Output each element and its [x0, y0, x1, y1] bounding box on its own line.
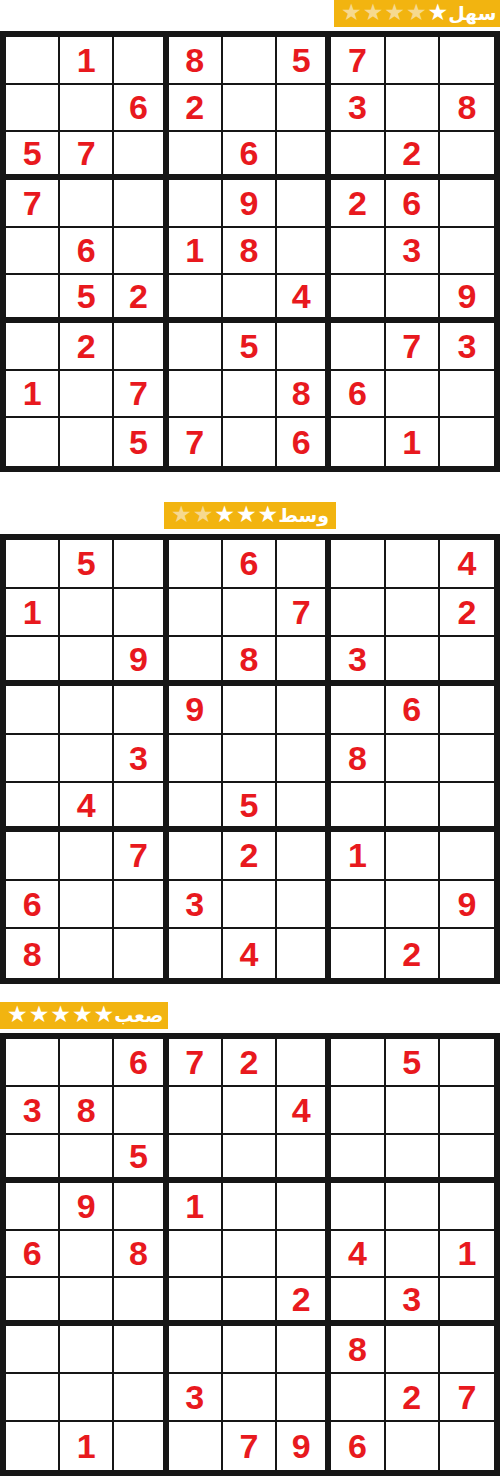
- sudoku-cell[interactable]: [60, 686, 114, 735]
- sudoku-cell[interactable]: 2: [386, 1374, 440, 1422]
- given-digit: 3: [402, 233, 421, 267]
- sudoku-cell[interactable]: [169, 832, 223, 881]
- sudoku-cell[interactable]: [6, 540, 60, 589]
- sudoku-cell[interactable]: [114, 1183, 168, 1231]
- sudoku-cell[interactable]: 7: [114, 832, 168, 881]
- sudoku-cell[interactable]: 8: [60, 1087, 114, 1135]
- sudoku-cell[interactable]: [60, 1231, 114, 1279]
- sudoku-cell[interactable]: 4: [440, 540, 494, 589]
- sudoku-cell[interactable]: 6: [6, 881, 60, 930]
- sudoku-cell[interactable]: 5: [223, 783, 277, 832]
- sudoku-cell[interactable]: 2: [277, 1278, 331, 1326]
- sudoku-cell[interactable]: 7: [60, 132, 114, 180]
- sudoku-cell[interactable]: 2: [331, 180, 385, 228]
- sudoku-cell[interactable]: 8: [169, 37, 223, 85]
- sudoku-cell[interactable]: [331, 1039, 385, 1087]
- sudoku-cell[interactable]: [169, 132, 223, 180]
- sudoku-cell[interactable]: [277, 783, 331, 832]
- sudoku-cell[interactable]: [6, 1278, 60, 1326]
- sudoku-cell[interactable]: [6, 637, 60, 686]
- difficulty-label: وسط: [278, 506, 329, 525]
- sudoku-cell[interactable]: [331, 929, 385, 978]
- sudoku-cell[interactable]: [440, 929, 494, 978]
- sudoku-cell[interactable]: [223, 371, 277, 419]
- sudoku-cell[interactable]: [60, 85, 114, 133]
- sudoku-cell[interactable]: [60, 735, 114, 784]
- given-digit: 3: [348, 642, 367, 676]
- given-digit: 8: [77, 1093, 96, 1127]
- sudoku-cell[interactable]: 8: [277, 371, 331, 419]
- sudoku-cell[interactable]: [223, 1374, 277, 1422]
- sudoku-cell[interactable]: [331, 881, 385, 930]
- sudoku-cell[interactable]: [60, 929, 114, 978]
- sudoku-cell[interactable]: [331, 1135, 385, 1183]
- sudoku-cell[interactable]: [223, 1278, 277, 1326]
- given-digit: 1: [348, 838, 367, 872]
- sudoku-cell[interactable]: [223, 881, 277, 930]
- sudoku-cell[interactable]: [277, 637, 331, 686]
- sudoku-cell[interactable]: [6, 85, 60, 133]
- sudoku-cell[interactable]: 1: [386, 418, 440, 466]
- sudoku-cell[interactable]: [6, 418, 60, 466]
- sudoku-cell[interactable]: 3: [386, 1278, 440, 1326]
- given-digit: 5: [402, 1045, 421, 1079]
- sudoku-cell[interactable]: 3: [6, 1087, 60, 1135]
- sudoku-cell[interactable]: [277, 881, 331, 930]
- star-icon: ★: [94, 1003, 115, 1026]
- sudoku-cell[interactable]: 2: [386, 929, 440, 978]
- given-digit: 5: [240, 329, 259, 363]
- sudoku-cell[interactable]: [386, 540, 440, 589]
- sudoku-cell[interactable]: [277, 832, 331, 881]
- sudoku-cell[interactable]: [6, 832, 60, 881]
- sudoku-cell[interactable]: [331, 228, 385, 276]
- sudoku-cell[interactable]: 3: [331, 85, 385, 133]
- sudoku-cell[interactable]: [169, 1231, 223, 1279]
- sudoku-cell[interactable]: [440, 180, 494, 228]
- sudoku-cell[interactable]: 2: [60, 323, 114, 371]
- sudoku-cell[interactable]: 1: [60, 1422, 114, 1470]
- sudoku-cell[interactable]: [60, 1374, 114, 1422]
- star-icon: ★: [428, 1, 449, 24]
- sudoku-cell[interactable]: [440, 371, 494, 419]
- given-digit: 3: [402, 1282, 421, 1316]
- sudoku-cell[interactable]: 1: [6, 589, 60, 638]
- sudoku-cell[interactable]: 2: [114, 275, 168, 323]
- sudoku-cell[interactable]: [277, 180, 331, 228]
- sudoku-cell[interactable]: [223, 1087, 277, 1135]
- sudoku-cell[interactable]: 7: [277, 589, 331, 638]
- sudoku-cell[interactable]: [277, 540, 331, 589]
- sudoku-cell[interactable]: [331, 1278, 385, 1326]
- sudoku-cell[interactable]: [223, 686, 277, 735]
- given-digit: 7: [348, 43, 367, 77]
- sudoku-cell[interactable]: [6, 783, 60, 832]
- sudoku-cell[interactable]: [60, 1326, 114, 1374]
- sudoku-cell[interactable]: 8: [331, 735, 385, 784]
- star-icon: ★: [29, 1003, 50, 1026]
- star-icon: ★: [7, 1003, 28, 1026]
- sudoku-cell[interactable]: [6, 228, 60, 276]
- sudoku-cell[interactable]: 2: [223, 832, 277, 881]
- sudoku-cell[interactable]: 6: [223, 132, 277, 180]
- sudoku-cell[interactable]: 5: [386, 1039, 440, 1087]
- sudoku-cell[interactable]: [114, 1374, 168, 1422]
- sudoku-cell[interactable]: [386, 37, 440, 85]
- given-digit: 2: [292, 1282, 311, 1316]
- sudoku-cell[interactable]: [6, 1039, 60, 1087]
- given-digit: 3: [23, 1093, 42, 1127]
- sudoku-cell[interactable]: [440, 1326, 494, 1374]
- sudoku-cell[interactable]: 8: [114, 1231, 168, 1279]
- sudoku-cell[interactable]: 9: [277, 1422, 331, 1470]
- sudoku-cell[interactable]: [60, 637, 114, 686]
- sudoku-cell[interactable]: 7: [169, 418, 223, 466]
- star-icon: ★: [193, 503, 214, 526]
- sudoku-cell[interactable]: [277, 1135, 331, 1183]
- sudoku-cell[interactable]: 3: [169, 881, 223, 930]
- sudoku-cell[interactable]: [440, 228, 494, 276]
- sudoku-cell[interactable]: 6: [223, 540, 277, 589]
- sudoku-cell[interactable]: 5: [223, 323, 277, 371]
- sudoku-cell[interactable]: [114, 1087, 168, 1135]
- sudoku-cell[interactable]: [331, 418, 385, 466]
- sudoku-cell[interactable]: [114, 589, 168, 638]
- sudoku-cell[interactable]: 9: [114, 637, 168, 686]
- sudoku-cell[interactable]: 3: [169, 1374, 223, 1422]
- sudoku-cell[interactable]: [440, 418, 494, 466]
- sudoku-cell[interactable]: 1: [6, 371, 60, 419]
- sudoku-cell[interactable]: 2: [223, 1039, 277, 1087]
- sudoku-cell[interactable]: [331, 589, 385, 638]
- sudoku-cell[interactable]: [6, 275, 60, 323]
- sudoku-cell[interactable]: [60, 371, 114, 419]
- sudoku-cell[interactable]: 6: [277, 418, 331, 466]
- sudoku-cell[interactable]: 9: [440, 275, 494, 323]
- sudoku-cell[interactable]: 1: [169, 1183, 223, 1231]
- sudoku-cell[interactable]: 1: [60, 37, 114, 85]
- sudoku-cell[interactable]: [114, 881, 168, 930]
- sudoku-cell[interactable]: [331, 1087, 385, 1135]
- sudoku-cell[interactable]: [6, 1374, 60, 1422]
- given-digit: 2: [457, 595, 476, 629]
- sudoku-cell[interactable]: [440, 686, 494, 735]
- sudoku-cell[interactable]: [386, 1135, 440, 1183]
- sudoku-cell[interactable]: [169, 735, 223, 784]
- sudoku-cell[interactable]: 1: [331, 832, 385, 881]
- sudoku-cell[interactable]: [114, 37, 168, 85]
- sudoku-cell[interactable]: [223, 85, 277, 133]
- sudoku-cell[interactable]: [440, 1039, 494, 1087]
- given-digit: 6: [129, 1045, 148, 1079]
- sudoku-grid-easy: 185762385762792661835249257317865761: [0, 31, 500, 472]
- sudoku-cell[interactable]: [169, 1135, 223, 1183]
- star-icon: ★: [50, 1003, 71, 1026]
- sudoku-cell[interactable]: [331, 1183, 385, 1231]
- sudoku-cell[interactable]: 5: [60, 275, 114, 323]
- difficulty-label: سهل: [448, 4, 496, 23]
- sudoku-cell[interactable]: [114, 1326, 168, 1374]
- sudoku-cell[interactable]: 5: [60, 540, 114, 589]
- sudoku-cell[interactable]: 8: [223, 637, 277, 686]
- sudoku-cell[interactable]: 8: [440, 85, 494, 133]
- sudoku-cell[interactable]: [169, 929, 223, 978]
- sudoku-cell[interactable]: [60, 1278, 114, 1326]
- sudoku-cell[interactable]: 5: [277, 37, 331, 85]
- given-digit: 6: [129, 90, 148, 124]
- sudoku-cell[interactable]: [169, 589, 223, 638]
- sudoku-cell[interactable]: [440, 37, 494, 85]
- difficulty-banner-hard: ★★★★★ صعب: [0, 1002, 168, 1029]
- sudoku-cell[interactable]: 6: [6, 1231, 60, 1279]
- given-digit: 2: [185, 90, 204, 124]
- given-digit: 1: [23, 595, 42, 629]
- sudoku-cell[interactable]: [60, 589, 114, 638]
- sudoku-cell[interactable]: [6, 323, 60, 371]
- sudoku-cell[interactable]: 4: [223, 929, 277, 978]
- sudoku-cell[interactable]: [277, 132, 331, 180]
- sudoku-cell[interactable]: [331, 783, 385, 832]
- sudoku-cell[interactable]: [386, 275, 440, 323]
- sudoku-cell[interactable]: [277, 85, 331, 133]
- sudoku-cell[interactable]: 2: [440, 589, 494, 638]
- sudoku-cell[interactable]: [277, 1374, 331, 1422]
- sudoku-cell[interactable]: [60, 180, 114, 228]
- sudoku-cell[interactable]: 6: [386, 686, 440, 735]
- difficulty-label: صعب: [114, 1006, 163, 1025]
- sudoku-cell[interactable]: 2: [386, 132, 440, 180]
- given-digit: 8: [348, 741, 367, 775]
- sudoku-cell[interactable]: [277, 686, 331, 735]
- sudoku-cell[interactable]: 9: [440, 881, 494, 930]
- sudoku-cell[interactable]: [440, 1087, 494, 1135]
- sudoku-grid-hard: 672538459168412383271796: [0, 1033, 500, 1476]
- sudoku-cell[interactable]: [331, 323, 385, 371]
- sudoku-cell[interactable]: [331, 540, 385, 589]
- sudoku-cell[interactable]: [440, 832, 494, 881]
- sudoku-cell[interactable]: [440, 1422, 494, 1470]
- sudoku-cell[interactable]: [440, 783, 494, 832]
- sudoku-cell[interactable]: [223, 735, 277, 784]
- sudoku-cell[interactable]: [331, 132, 385, 180]
- given-digit: 4: [457, 546, 476, 580]
- given-digit: 6: [402, 692, 421, 726]
- sudoku-cell[interactable]: 4: [331, 1231, 385, 1279]
- sudoku-cell[interactable]: [114, 783, 168, 832]
- sudoku-cell[interactable]: [331, 275, 385, 323]
- sudoku-cell[interactable]: [60, 1039, 114, 1087]
- sudoku-cell[interactable]: 6: [114, 1039, 168, 1087]
- sudoku-cell[interactable]: [386, 1326, 440, 1374]
- sudoku-cell[interactable]: [169, 323, 223, 371]
- sudoku-cell[interactable]: [440, 1135, 494, 1183]
- sudoku-cell[interactable]: [223, 1231, 277, 1279]
- sudoku-cell[interactable]: [169, 1278, 223, 1326]
- star-icon: ★: [214, 503, 235, 526]
- sudoku-cell[interactable]: 6: [331, 1422, 385, 1470]
- sudoku-cell[interactable]: [169, 371, 223, 419]
- sudoku-cell[interactable]: [60, 418, 114, 466]
- sudoku-cell[interactable]: [277, 228, 331, 276]
- sudoku-cell[interactable]: [386, 735, 440, 784]
- sudoku-cell[interactable]: [331, 1374, 385, 1422]
- sudoku-cell[interactable]: 2: [169, 85, 223, 133]
- sudoku-cell[interactable]: [386, 881, 440, 930]
- given-digit: 2: [240, 838, 259, 872]
- sudoku-cell[interactable]: [386, 832, 440, 881]
- sudoku-cell[interactable]: 7: [386, 323, 440, 371]
- given-digit: 8: [240, 642, 259, 676]
- sudoku-cell[interactable]: 8: [331, 1326, 385, 1374]
- sudoku-cell[interactable]: [223, 275, 277, 323]
- sudoku-cell[interactable]: [223, 1326, 277, 1374]
- given-digit: 8: [292, 376, 311, 410]
- sudoku-cell[interactable]: [223, 1135, 277, 1183]
- sudoku-cell[interactable]: [114, 132, 168, 180]
- sudoku-cell[interactable]: [440, 1278, 494, 1326]
- sudoku-cell[interactable]: [386, 1422, 440, 1470]
- given-digit: 7: [457, 1380, 476, 1414]
- star-icon: ★: [341, 1, 362, 24]
- sudoku-cell[interactable]: 6: [114, 85, 168, 133]
- given-digit: 9: [457, 887, 476, 921]
- sudoku-cell[interactable]: [277, 1231, 331, 1279]
- sudoku-cell[interactable]: 7: [114, 371, 168, 419]
- given-digit: 9: [240, 186, 259, 220]
- sudoku-cell[interactable]: [169, 1422, 223, 1470]
- sudoku-cell[interactable]: [223, 1183, 277, 1231]
- sudoku-cell[interactable]: 7: [6, 180, 60, 228]
- sudoku-cell[interactable]: [6, 1135, 60, 1183]
- sudoku-cell[interactable]: [277, 1039, 331, 1087]
- given-digit: 6: [240, 546, 259, 580]
- sudoku-cell[interactable]: [60, 1135, 114, 1183]
- sudoku-cell[interactable]: [440, 735, 494, 784]
- sudoku-cell[interactable]: [6, 1183, 60, 1231]
- star-rating: ★★★★★: [171, 504, 278, 527]
- sudoku-cell[interactable]: [386, 1183, 440, 1231]
- sudoku-cell[interactable]: 3: [114, 735, 168, 784]
- sudoku-cell[interactable]: 3: [386, 228, 440, 276]
- sudoku-cell[interactable]: [223, 37, 277, 85]
- sudoku-cell[interactable]: [169, 540, 223, 589]
- sudoku-cell[interactable]: 4: [277, 275, 331, 323]
- sudoku-cell[interactable]: 5: [114, 418, 168, 466]
- sudoku-cell[interactable]: [114, 228, 168, 276]
- sudoku-cell[interactable]: [331, 686, 385, 735]
- sudoku-cell[interactable]: 4: [60, 783, 114, 832]
- given-digit: 6: [292, 425, 311, 459]
- sudoku-cell[interactable]: [114, 540, 168, 589]
- sudoku-cell[interactable]: [386, 85, 440, 133]
- sudoku-cell[interactable]: [440, 637, 494, 686]
- sudoku-cell[interactable]: 9: [169, 686, 223, 735]
- sudoku-cell[interactable]: [440, 132, 494, 180]
- given-digit: 2: [129, 279, 148, 313]
- sudoku-cell[interactable]: [6, 1422, 60, 1470]
- sudoku-cell[interactable]: [277, 735, 331, 784]
- sudoku-cell[interactable]: 5: [114, 1135, 168, 1183]
- sudoku-cell[interactable]: [386, 637, 440, 686]
- sudoku-cell[interactable]: [6, 1326, 60, 1374]
- given-digit: 9: [185, 692, 204, 726]
- sudoku-cell[interactable]: [277, 1326, 331, 1374]
- given-digit: 6: [77, 233, 96, 267]
- sudoku-cell[interactable]: [386, 371, 440, 419]
- sudoku-cell[interactable]: [114, 686, 168, 735]
- sudoku-cell[interactable]: 9: [60, 1183, 114, 1231]
- sudoku-cell[interactable]: 8: [223, 228, 277, 276]
- sudoku-cell[interactable]: 3: [331, 637, 385, 686]
- sudoku-cell[interactable]: 8: [6, 929, 60, 978]
- sudoku-cell[interactable]: [386, 1231, 440, 1279]
- sudoku-cell[interactable]: 6: [386, 180, 440, 228]
- sudoku-cell[interactable]: [6, 37, 60, 85]
- sudoku-cell[interactable]: [60, 832, 114, 881]
- sudoku-cell[interactable]: [114, 929, 168, 978]
- given-digit: 6: [23, 1236, 42, 1270]
- sudoku-cell[interactable]: 3: [440, 323, 494, 371]
- given-digit: 9: [457, 279, 476, 313]
- sudoku-cell[interactable]: [223, 418, 277, 466]
- sudoku-cell[interactable]: [277, 1183, 331, 1231]
- given-digit: 6: [402, 186, 421, 220]
- given-digit: 1: [402, 425, 421, 459]
- given-digit: 7: [185, 1045, 204, 1079]
- given-digit: 4: [292, 1093, 311, 1127]
- given-digit: 3: [457, 329, 476, 363]
- sudoku-cell[interactable]: 5: [6, 132, 60, 180]
- sudoku-cell[interactable]: [114, 1278, 168, 1326]
- sudoku-cell[interactable]: [114, 1422, 168, 1470]
- given-digit: 1: [457, 1236, 476, 1270]
- sudoku-cell[interactable]: 7: [223, 1422, 277, 1470]
- sudoku-cell[interactable]: [386, 783, 440, 832]
- sudoku-cell[interactable]: [386, 589, 440, 638]
- sudoku-cell[interactable]: [6, 686, 60, 735]
- sudoku-cell[interactable]: 7: [440, 1374, 494, 1422]
- sudoku-cell[interactable]: 7: [169, 1039, 223, 1087]
- given-digit: 3: [185, 1380, 204, 1414]
- sudoku-cell[interactable]: [6, 735, 60, 784]
- sudoku-cell[interactable]: 7: [331, 37, 385, 85]
- sudoku-cell[interactable]: 6: [331, 371, 385, 419]
- sudoku-cell[interactable]: [277, 323, 331, 371]
- sudoku-cell[interactable]: [169, 275, 223, 323]
- sudoku-cell[interactable]: [440, 1183, 494, 1231]
- sudoku-cell[interactable]: [169, 1326, 223, 1374]
- sudoku-cell[interactable]: [169, 180, 223, 228]
- given-digit: 1: [77, 1429, 96, 1463]
- sudoku-cell[interactable]: 1: [440, 1231, 494, 1279]
- sudoku-cell[interactable]: [169, 637, 223, 686]
- sudoku-cell[interactable]: [169, 1087, 223, 1135]
- sudoku-cell[interactable]: [114, 323, 168, 371]
- sudoku-cell[interactable]: [386, 1087, 440, 1135]
- sudoku-cell[interactable]: [223, 589, 277, 638]
- sudoku-cell[interactable]: [114, 180, 168, 228]
- sudoku-cell[interactable]: 4: [277, 1087, 331, 1135]
- given-digit: 7: [129, 838, 148, 872]
- sudoku-cell[interactable]: 1: [169, 228, 223, 276]
- sudoku-cell[interactable]: [60, 881, 114, 930]
- sudoku-cell[interactable]: [277, 929, 331, 978]
- sudoku-cell[interactable]: 9: [223, 180, 277, 228]
- sudoku-cell[interactable]: 6: [60, 228, 114, 276]
- given-digit: 6: [240, 136, 259, 170]
- given-digit: 7: [129, 376, 148, 410]
- sudoku-cell[interactable]: [169, 783, 223, 832]
